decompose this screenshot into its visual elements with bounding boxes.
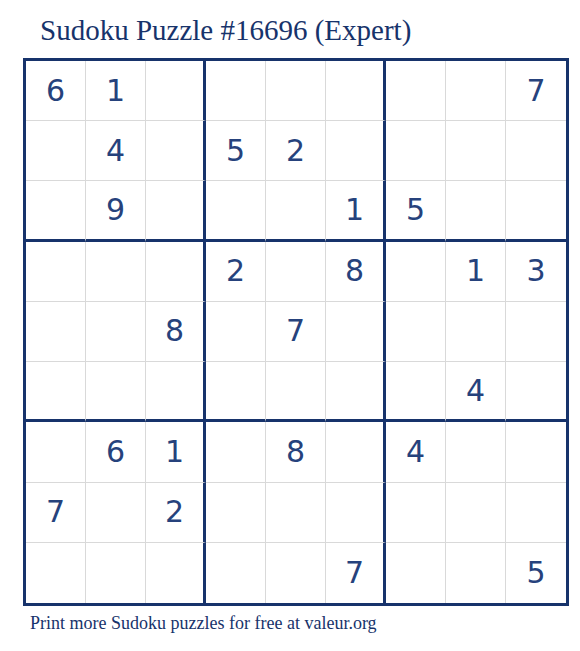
cell-r8c9 [506, 483, 566, 543]
cell-r5c6 [326, 302, 386, 362]
cell-r2c8 [446, 121, 506, 181]
cell-r5c9 [506, 302, 566, 362]
cell-r9c4 [206, 543, 266, 603]
cell-r3c1 [26, 181, 86, 241]
cell-r1c8 [446, 61, 506, 121]
cell-r1c3 [146, 61, 206, 121]
cell-r8c4 [206, 483, 266, 543]
cell-r3c6: 1 [326, 181, 386, 241]
cell-r7c7: 4 [386, 422, 446, 482]
cell-r5c5: 7 [266, 302, 326, 362]
cell-r4c1 [26, 242, 86, 302]
cell-r8c2 [86, 483, 146, 543]
cell-r4c7 [386, 242, 446, 302]
cell-r5c1 [26, 302, 86, 362]
cell-r9c5 [266, 543, 326, 603]
cell-r9c2 [86, 543, 146, 603]
cell-r7c4 [206, 422, 266, 482]
cell-r7c2: 6 [86, 422, 146, 482]
page-title: Sudoku Puzzle #16696 (Expert) [40, 14, 411, 47]
cell-r6c3 [146, 362, 206, 422]
cell-r3c2: 9 [86, 181, 146, 241]
cell-r2c3 [146, 121, 206, 181]
cell-r1c6 [326, 61, 386, 121]
cell-r4c4: 2 [206, 242, 266, 302]
cell-r5c4 [206, 302, 266, 362]
cell-r8c3: 2 [146, 483, 206, 543]
cell-r3c8 [446, 181, 506, 241]
cell-r7c8 [446, 422, 506, 482]
sudoku-board: 617452915281387461847275 [23, 58, 569, 606]
cell-r2c2: 4 [86, 121, 146, 181]
cell-r5c2 [86, 302, 146, 362]
cell-r6c9 [506, 362, 566, 422]
cell-r4c8: 1 [446, 242, 506, 302]
cell-r8c6 [326, 483, 386, 543]
cell-r2c6 [326, 121, 386, 181]
cell-r6c4 [206, 362, 266, 422]
cell-r4c2 [86, 242, 146, 302]
cell-r6c1 [26, 362, 86, 422]
cell-r8c8 [446, 483, 506, 543]
cell-r5c3: 8 [146, 302, 206, 362]
cell-r2c1 [26, 121, 86, 181]
cell-r7c5: 8 [266, 422, 326, 482]
cell-r6c7 [386, 362, 446, 422]
cell-r8c1: 7 [26, 483, 86, 543]
cell-r9c1 [26, 543, 86, 603]
cell-r6c5 [266, 362, 326, 422]
cell-r5c8 [446, 302, 506, 362]
cell-r6c6 [326, 362, 386, 422]
cell-r8c5 [266, 483, 326, 543]
cell-r7c1 [26, 422, 86, 482]
cell-r9c9: 5 [506, 543, 566, 603]
cell-r1c1: 6 [26, 61, 86, 121]
cell-r4c5 [266, 242, 326, 302]
cell-r3c7: 5 [386, 181, 446, 241]
cell-r6c8: 4 [446, 362, 506, 422]
cell-r4c3 [146, 242, 206, 302]
cell-r1c9: 7 [506, 61, 566, 121]
cell-r7c9 [506, 422, 566, 482]
cell-r1c4 [206, 61, 266, 121]
cell-r7c6 [326, 422, 386, 482]
sudoku-page: Sudoku Puzzle #16696 (Expert) 6174529152… [0, 0, 580, 651]
cell-r9c6: 7 [326, 543, 386, 603]
cell-r9c7 [386, 543, 446, 603]
cell-r1c5 [266, 61, 326, 121]
cell-r7c3: 1 [146, 422, 206, 482]
cell-r3c3 [146, 181, 206, 241]
cell-r5c7 [386, 302, 446, 362]
cell-r6c2 [86, 362, 146, 422]
cell-r2c7 [386, 121, 446, 181]
cell-r3c5 [266, 181, 326, 241]
cell-r1c2: 1 [86, 61, 146, 121]
cell-r2c5: 2 [266, 121, 326, 181]
cell-r3c4 [206, 181, 266, 241]
cell-r1c7 [386, 61, 446, 121]
footer-text: Print more Sudoku puzzles for free at va… [30, 613, 377, 634]
cell-r8c7 [386, 483, 446, 543]
cell-r2c9 [506, 121, 566, 181]
cell-r9c3 [146, 543, 206, 603]
cell-r3c9 [506, 181, 566, 241]
cell-r4c9: 3 [506, 242, 566, 302]
cell-r4c6: 8 [326, 242, 386, 302]
cell-r2c4: 5 [206, 121, 266, 181]
cell-r9c8 [446, 543, 506, 603]
